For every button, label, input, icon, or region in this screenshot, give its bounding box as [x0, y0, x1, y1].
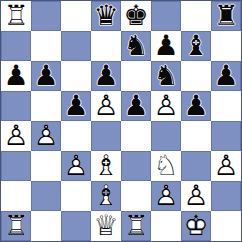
square-a4[interactable]: ♟♙ — [1, 121, 31, 151]
square-h4[interactable] — [211, 121, 241, 151]
square-b5[interactable] — [31, 91, 61, 121]
rook-white-outline-glyph: ♖ — [1, 1, 31, 31]
square-a1[interactable]: ♜♖ — [1, 211, 31, 241]
square-f2[interactable]: ♟♙ — [151, 181, 181, 211]
square-a7[interactable] — [1, 31, 31, 61]
knight-white-outline-glyph: ♘ — [151, 151, 181, 181]
square-c1[interactable] — [61, 211, 91, 241]
square-a3[interactable] — [1, 151, 31, 181]
piece-white-pawn[interactable]: ♟♙ — [1, 121, 31, 151]
piece-black-knight[interactable]: ♞ — [151, 61, 181, 91]
square-h3[interactable]: ♟♙ — [211, 151, 241, 181]
piece-white-knight[interactable]: ♞♘ — [151, 151, 181, 181]
square-e7[interactable]: ♞ — [121, 31, 151, 61]
square-g3[interactable] — [181, 151, 211, 181]
piece-white-queen[interactable]: ♛♕ — [91, 211, 121, 241]
square-f1[interactable] — [151, 211, 181, 241]
square-g2[interactable]: ♟♙ — [181, 181, 211, 211]
piece-white-pawn[interactable]: ♟♙ — [61, 151, 91, 181]
square-h6[interactable]: ♟ — [211, 61, 241, 91]
square-d3[interactable]: ♝♗ — [91, 151, 121, 181]
square-b4[interactable]: ♟♙ — [31, 121, 61, 151]
square-f5[interactable]: ♟♙ — [151, 91, 181, 121]
square-b7[interactable] — [31, 31, 61, 61]
square-h5[interactable] — [211, 91, 241, 121]
king-white-outline-glyph: ♔ — [181, 211, 211, 241]
pawn-white-outline-glyph: ♙ — [211, 151, 241, 181]
pawn-white-outline-glyph: ♙ — [151, 91, 181, 121]
square-g7[interactable]: ♝ — [181, 31, 211, 61]
king-black-glyph: ♚ — [121, 1, 151, 31]
square-b3[interactable] — [31, 151, 61, 181]
pawn-white-outline-glyph: ♙ — [31, 121, 61, 151]
square-e5[interactable]: ♟ — [121, 91, 151, 121]
square-g4[interactable] — [181, 121, 211, 151]
square-b8[interactable] — [31, 1, 61, 31]
chess-board-wrap: ♜♖♛♚♜♞♟♝♟♟♟♞♟♟♟♙♟♟♙♟♟♙♟♙♟♙♝♗♞♘♟♙♝♗♟♙♟♙♜♖… — [0, 0, 242, 242]
square-c4[interactable] — [61, 121, 91, 151]
piece-white-pawn[interactable]: ♟♙ — [211, 151, 241, 181]
piece-black-pawn[interactable]: ♟ — [91, 61, 121, 91]
square-c5[interactable]: ♟ — [61, 91, 91, 121]
square-a5[interactable] — [1, 91, 31, 121]
chess-board: ♜♖♛♚♜♞♟♝♟♟♟♞♟♟♟♙♟♟♙♟♟♙♟♙♟♙♝♗♞♘♟♙♝♗♟♙♟♙♜♖… — [0, 0, 242, 242]
piece-white-pawn[interactable]: ♟♙ — [151, 91, 181, 121]
pawn-black-glyph: ♟ — [1, 61, 31, 91]
piece-white-rook[interactable]: ♜♖ — [1, 211, 31, 241]
piece-white-pawn[interactable]: ♟♙ — [151, 181, 181, 211]
piece-black-pawn[interactable]: ♟ — [151, 31, 181, 61]
pawn-white-outline-glyph: ♙ — [1, 121, 31, 151]
piece-white-pawn[interactable]: ♟♙ — [181, 181, 211, 211]
square-c8[interactable] — [61, 1, 91, 31]
square-d7[interactable] — [91, 31, 121, 61]
square-e2[interactable] — [121, 181, 151, 211]
rook-white-outline-glyph: ♖ — [1, 211, 31, 241]
square-c7[interactable] — [61, 31, 91, 61]
pawn-black-glyph: ♟ — [211, 61, 241, 91]
square-d2[interactable]: ♝♗ — [91, 181, 121, 211]
square-f7[interactable]: ♟ — [151, 31, 181, 61]
pawn-black-glyph: ♟ — [61, 91, 91, 121]
knight-black-glyph: ♞ — [151, 61, 181, 91]
square-e8[interactable]: ♚ — [121, 1, 151, 31]
square-b6[interactable]: ♟ — [31, 61, 61, 91]
square-g6[interactable] — [181, 61, 211, 91]
square-d8[interactable]: ♛ — [91, 1, 121, 31]
pawn-white-outline-glyph: ♙ — [61, 151, 91, 181]
square-a8[interactable]: ♜♖ — [1, 1, 31, 31]
bishop-white-outline-glyph: ♗ — [91, 181, 121, 211]
piece-white-bishop[interactable]: ♝♗ — [91, 151, 121, 181]
pawn-white-outline-glyph: ♙ — [91, 91, 121, 121]
square-d1[interactable]: ♛♕ — [91, 211, 121, 241]
square-e1[interactable]: ♜♖ — [121, 211, 151, 241]
square-e3[interactable] — [121, 151, 151, 181]
pawn-black-glyph: ♟ — [121, 91, 151, 121]
square-a6[interactable]: ♟ — [1, 61, 31, 91]
rook-white-outline-glyph: ♖ — [121, 211, 151, 241]
pawn-white-outline-glyph: ♙ — [181, 181, 211, 211]
square-f3[interactable]: ♞♘ — [151, 151, 181, 181]
piece-black-queen[interactable]: ♛ — [91, 1, 121, 31]
square-g5[interactable]: ♟ — [181, 91, 211, 121]
queen-black-glyph: ♛ — [91, 1, 121, 31]
piece-black-pawn[interactable]: ♟ — [31, 61, 61, 91]
piece-black-rook[interactable]: ♜ — [211, 1, 241, 31]
square-h1[interactable] — [211, 211, 241, 241]
square-g1[interactable]: ♚♔ — [181, 211, 211, 241]
square-e4[interactable] — [121, 121, 151, 151]
pawn-white-outline-glyph: ♙ — [151, 181, 181, 211]
piece-black-bishop[interactable]: ♝ — [181, 31, 211, 61]
piece-white-pawn[interactable]: ♟♙ — [31, 121, 61, 151]
pawn-black-glyph: ♟ — [181, 91, 211, 121]
rook-black-glyph: ♜ — [211, 1, 241, 31]
queen-white-outline-glyph: ♕ — [91, 211, 121, 241]
square-b1[interactable] — [31, 211, 61, 241]
square-c3[interactable]: ♟♙ — [61, 151, 91, 181]
square-h8[interactable]: ♜ — [211, 1, 241, 31]
piece-black-king[interactable]: ♚ — [121, 1, 151, 31]
square-d4[interactable] — [91, 121, 121, 151]
square-a2[interactable] — [1, 181, 31, 211]
knight-black-glyph: ♞ — [121, 31, 151, 61]
square-d6[interactable]: ♟ — [91, 61, 121, 91]
square-c2[interactable] — [61, 181, 91, 211]
square-f6[interactable]: ♞ — [151, 61, 181, 91]
piece-white-rook[interactable]: ♜♖ — [1, 1, 31, 31]
square-f4[interactable] — [151, 121, 181, 151]
piece-black-pawn[interactable]: ♟ — [61, 91, 91, 121]
square-g8[interactable] — [181, 1, 211, 31]
square-h7[interactable] — [211, 31, 241, 61]
pawn-black-glyph: ♟ — [31, 61, 61, 91]
bishop-white-outline-glyph: ♗ — [91, 151, 121, 181]
piece-black-pawn[interactable]: ♟ — [1, 61, 31, 91]
square-c6[interactable] — [61, 61, 91, 91]
piece-black-pawn[interactable]: ♟ — [121, 91, 151, 121]
bishop-black-glyph: ♝ — [181, 31, 211, 61]
piece-black-knight[interactable]: ♞ — [121, 31, 151, 61]
piece-white-pawn[interactable]: ♟♙ — [91, 91, 121, 121]
piece-white-king[interactable]: ♚♔ — [181, 211, 211, 241]
square-b2[interactable] — [31, 181, 61, 211]
piece-black-pawn[interactable]: ♟ — [181, 91, 211, 121]
square-h2[interactable] — [211, 181, 241, 211]
piece-black-pawn[interactable]: ♟ — [211, 61, 241, 91]
square-e6[interactable] — [121, 61, 151, 91]
pawn-black-glyph: ♟ — [91, 61, 121, 91]
pawn-black-glyph: ♟ — [151, 31, 181, 61]
piece-white-bishop[interactable]: ♝♗ — [91, 181, 121, 211]
square-f8[interactable] — [151, 1, 181, 31]
piece-white-rook[interactable]: ♜♖ — [121, 211, 151, 241]
square-d5[interactable]: ♟♙ — [91, 91, 121, 121]
